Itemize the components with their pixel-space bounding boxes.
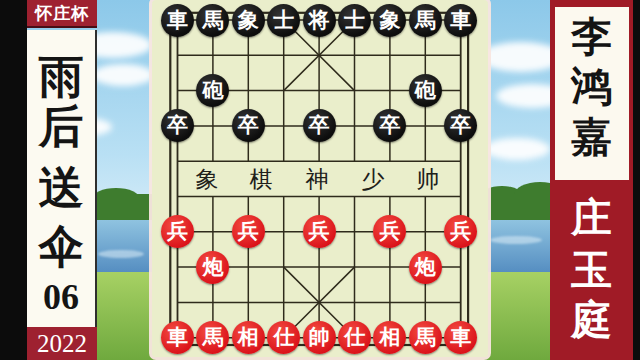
river-watermark-char: 少 bbox=[362, 167, 385, 192]
player-top-name-char: 李 bbox=[571, 10, 612, 65]
player-top-name-char: 鸿 bbox=[571, 60, 612, 115]
cloud bbox=[92, 64, 154, 86]
black-piece-象: 象 bbox=[373, 4, 406, 37]
board-grid: 象棋神少帅 bbox=[152, 0, 488, 357]
episode-title-char: 后 bbox=[39, 97, 84, 157]
event-banner: 怀庄杯 bbox=[27, 0, 97, 28]
episode-title-panel: 雨后送伞06 bbox=[27, 30, 97, 327]
episode-title-char: 伞 bbox=[39, 217, 84, 277]
left-edge-strip bbox=[0, 0, 27, 360]
river-watermark-char: 棋 bbox=[250, 167, 273, 192]
black-piece-士: 士 bbox=[338, 4, 371, 37]
player-bottom-name-char: 玉 bbox=[571, 243, 612, 298]
black-piece-車: 車 bbox=[161, 4, 194, 37]
river-watermark-char: 神 bbox=[306, 167, 329, 192]
water-highlight bbox=[98, 250, 144, 258]
red-piece-炮: 炮 bbox=[196, 251, 229, 284]
river-watermark-char: 帅 bbox=[417, 167, 440, 192]
player-bottom-name-char: 庄 bbox=[571, 191, 612, 246]
red-piece-炮: 炮 bbox=[409, 251, 442, 284]
red-piece-兵: 兵 bbox=[232, 215, 265, 248]
black-piece-象: 象 bbox=[232, 4, 265, 37]
red-piece-仕: 仕 bbox=[338, 321, 371, 354]
red-piece-帥: 帥 bbox=[303, 321, 336, 354]
episode-title-char: 06 bbox=[43, 276, 79, 318]
red-piece-相: 相 bbox=[232, 321, 265, 354]
red-piece-車: 車 bbox=[161, 321, 194, 354]
river-watermark-char: 象 bbox=[196, 167, 219, 192]
year-banner: 2022 bbox=[27, 327, 97, 360]
red-piece-兵: 兵 bbox=[303, 215, 336, 248]
black-piece-車: 車 bbox=[444, 4, 477, 37]
video-frame: 象棋神少帅 車馬象士将士象馬車砲砲卒卒卒卒卒兵兵兵兵兵炮炮車馬相仕帥仕相馬車 怀… bbox=[0, 0, 640, 360]
black-piece-将: 将 bbox=[303, 4, 336, 37]
right-edge-strip bbox=[633, 0, 640, 360]
left-caption-panel: 怀庄杯 雨后送伞06 2022 bbox=[27, 0, 97, 360]
black-piece-士: 士 bbox=[267, 4, 300, 37]
black-piece-馬: 馬 bbox=[409, 4, 442, 37]
xiangqi-board: 象棋神少帅 車馬象士将士象馬車砲砲卒卒卒卒卒兵兵兵兵兵炮炮車馬相仕帥仕相馬車 bbox=[152, 0, 488, 357]
black-piece-卒: 卒 bbox=[232, 109, 265, 142]
red-piece-馬: 馬 bbox=[409, 321, 442, 354]
cloud bbox=[484, 138, 550, 160]
black-piece-馬: 馬 bbox=[196, 4, 229, 37]
players-panel: 李鸿嘉庄玉庭 bbox=[550, 0, 633, 360]
episode-title-char: 送 bbox=[39, 158, 84, 218]
black-piece-砲: 砲 bbox=[409, 74, 442, 107]
player-top-name-char: 嘉 bbox=[571, 110, 612, 165]
water-highlight bbox=[490, 236, 542, 244]
player-bottom-name-char: 庭 bbox=[571, 293, 612, 348]
black-piece-卒: 卒 bbox=[303, 109, 336, 142]
